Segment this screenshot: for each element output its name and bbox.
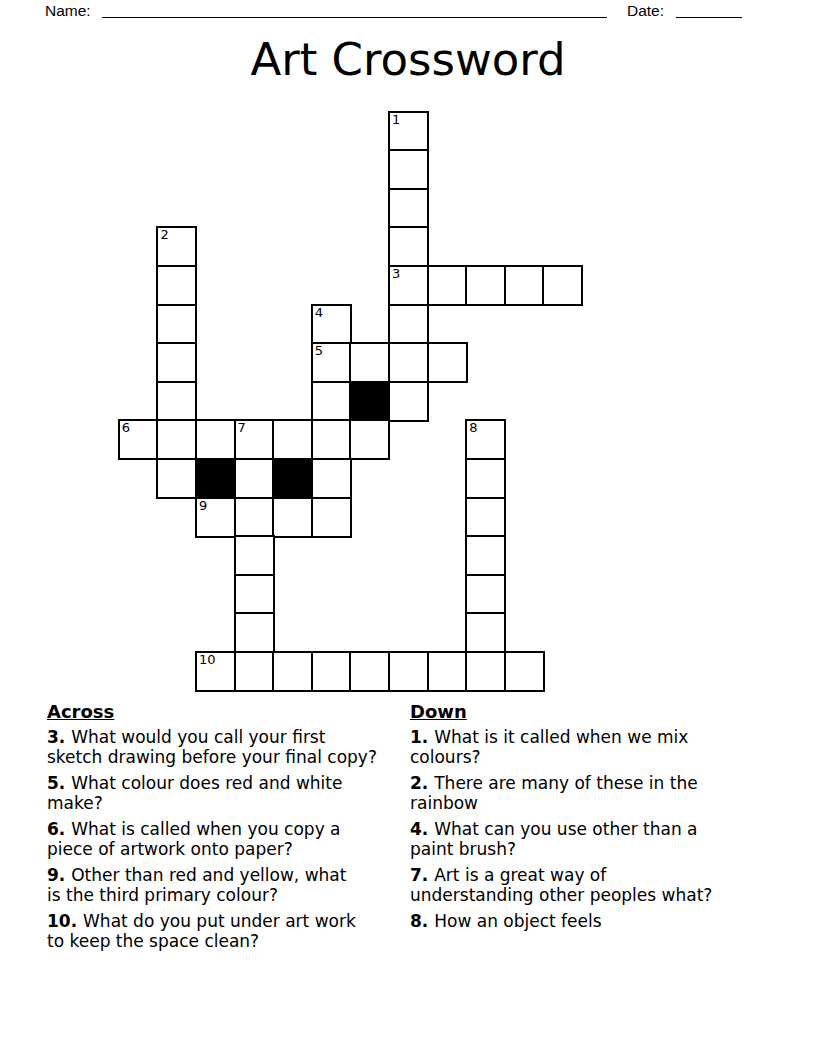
- grid-cell[interactable]: [195, 419, 236, 460]
- grid-cell[interactable]: [234, 458, 275, 499]
- grid-cell[interactable]: [311, 381, 352, 422]
- grid-cell[interactable]: [388, 226, 429, 267]
- grid-cell[interactable]: [234, 612, 275, 653]
- clue-text-line: paint brush?: [410, 839, 805, 859]
- clue-item: 4. What can you use other than apaint br…: [410, 819, 805, 859]
- clue-number: 3.: [47, 727, 71, 747]
- cell-number: 2: [160, 227, 168, 242]
- clue-text-line: sketch drawing before your final copy?: [47, 747, 412, 767]
- grid-cell[interactable]: [465, 612, 506, 653]
- clue-number: 4.: [410, 819, 434, 839]
- clue-text-line: 1. What is it called when we mix: [410, 727, 805, 747]
- cell-number: 7: [238, 420, 246, 435]
- clue-text-line: 2. There are many of these in the: [410, 773, 805, 793]
- cell-number: 4: [315, 305, 323, 320]
- cell-number: 8: [469, 420, 477, 435]
- grid-cell[interactable]: [234, 497, 275, 538]
- grid-cell[interactable]: [388, 381, 429, 422]
- grid-cell[interactable]: [156, 419, 197, 460]
- grid-cell[interactable]: 9: [195, 497, 236, 538]
- clue-number: 1.: [410, 727, 434, 747]
- grid-cell[interactable]: [504, 651, 545, 692]
- clue-number: 10.: [47, 911, 83, 931]
- clue-item: 9. Other than red and yellow, whatis the…: [47, 865, 412, 905]
- grid-cell[interactable]: [156, 381, 197, 422]
- clue-text-line: understanding other peoples what?: [410, 885, 805, 905]
- clue-item: 10. What do you put under art workto kee…: [47, 911, 412, 951]
- clue-text-line: 8. How an object feels: [410, 911, 805, 931]
- crossword-grid: 12345678910: [0, 0, 816, 700]
- grid-cell[interactable]: [156, 265, 197, 306]
- clue-text-line: is the third primary colour?: [47, 885, 412, 905]
- grid-cell[interactable]: [388, 188, 429, 229]
- grid-cell[interactable]: [388, 651, 429, 692]
- grid-cell[interactable]: [465, 458, 506, 499]
- grid-cell[interactable]: [542, 265, 583, 306]
- grid-cell[interactable]: [504, 265, 545, 306]
- clue-item: 3. What would you call your firstsketch …: [47, 727, 412, 767]
- down-heading: Down: [410, 702, 805, 722]
- grid-cell[interactable]: 5: [311, 342, 352, 383]
- grid-cell[interactable]: [427, 651, 468, 692]
- grid-cell[interactable]: 10: [195, 651, 236, 692]
- grid-cell[interactable]: [311, 497, 352, 538]
- clue-text-line: 6. What is called when you copy a: [47, 819, 412, 839]
- cell-number: 1: [392, 112, 400, 127]
- clue-text-line: 5. What colour does red and white: [47, 773, 412, 793]
- clue-text-line: rainbow: [410, 793, 805, 813]
- grid-cell[interactable]: [388, 304, 429, 345]
- grid-cell[interactable]: [465, 497, 506, 538]
- grid-cell[interactable]: [156, 458, 197, 499]
- grid-cell[interactable]: 7: [234, 419, 275, 460]
- grid-cell[interactable]: [349, 651, 390, 692]
- grid-cell[interactable]: [156, 304, 197, 345]
- grid-cell[interactable]: 4: [311, 304, 352, 345]
- grid-cell[interactable]: [311, 458, 352, 499]
- down-clue-list: 1. What is it called when we mixcolours?…: [410, 727, 805, 931]
- clue-item: 8. How an object feels: [410, 911, 805, 931]
- grid-cell[interactable]: [234, 651, 275, 692]
- grid-cell[interactable]: 2: [156, 226, 197, 267]
- clue-number: 2.: [410, 773, 434, 793]
- clue-text-line: 10. What do you put under art work: [47, 911, 412, 931]
- grid-cell[interactable]: [156, 342, 197, 383]
- grid-cell[interactable]: [311, 419, 352, 460]
- grid-cell[interactable]: [349, 342, 390, 383]
- clue-number: 8.: [410, 911, 434, 931]
- grid-cell[interactable]: [388, 342, 429, 383]
- grid-cell[interactable]: [465, 574, 506, 615]
- clue-text-line: 9. Other than red and yellow, what: [47, 865, 412, 885]
- cell-number: 5: [315, 343, 323, 358]
- clue-number: 7.: [410, 865, 434, 885]
- grid-cell[interactable]: [465, 651, 506, 692]
- black-cell: [349, 381, 390, 422]
- clue-text-line: make?: [47, 793, 412, 813]
- grid-cell[interactable]: [272, 419, 313, 460]
- across-clue-list: 3. What would you call your firstsketch …: [47, 727, 412, 951]
- clue-item: 5. What colour does red and whitemake?: [47, 773, 412, 813]
- cell-number: 9: [199, 498, 207, 513]
- grid-cell[interactable]: [427, 265, 468, 306]
- grid-cell[interactable]: [388, 149, 429, 190]
- clue-item: 7. Art is a great way ofunderstanding ot…: [410, 865, 805, 905]
- cell-number: 6: [122, 420, 130, 435]
- down-clues-section: Down 1. What is it called when we mixcol…: [410, 702, 805, 937]
- grid-cell[interactable]: 1: [388, 111, 429, 152]
- clue-item: 1. What is it called when we mixcolours?: [410, 727, 805, 767]
- grid-cell[interactable]: [349, 419, 390, 460]
- clue-item: 6. What is called when you copy apiece o…: [47, 819, 412, 859]
- black-cell: [272, 458, 313, 499]
- clue-number: 6.: [47, 819, 71, 839]
- grid-cell[interactable]: 6: [118, 419, 159, 460]
- across-heading: Across: [47, 702, 412, 722]
- black-cell: [195, 458, 236, 499]
- grid-cell[interactable]: [427, 342, 468, 383]
- clue-text-line: piece of artwork onto paper?: [47, 839, 412, 859]
- grid-cell[interactable]: [234, 535, 275, 576]
- grid-cell[interactable]: [311, 651, 352, 692]
- clue-text-line: 4. What can you use other than a: [410, 819, 805, 839]
- clue-text-line: colours?: [410, 747, 805, 767]
- clue-text-line: 3. What would you call your first: [47, 727, 412, 747]
- clue-number: 9.: [47, 865, 71, 885]
- grid-cell[interactable]: [234, 574, 275, 615]
- grid-cell[interactable]: [465, 265, 506, 306]
- grid-cell[interactable]: [272, 497, 313, 538]
- across-clues-section: Across 3. What would you call your first…: [47, 702, 412, 957]
- grid-cell[interactable]: 8: [465, 419, 506, 460]
- clue-text-line: 7. Art is a great way of: [410, 865, 805, 885]
- clue-number: 5.: [47, 773, 71, 793]
- cell-number: 10: [199, 652, 216, 667]
- clue-item: 2. There are many of these in therainbow: [410, 773, 805, 813]
- clue-text-line: to keep the space clean?: [47, 931, 412, 951]
- grid-cell[interactable]: 3: [388, 265, 429, 306]
- grid-cell[interactable]: [272, 651, 313, 692]
- cell-number: 3: [392, 266, 400, 281]
- grid-cell[interactable]: [465, 535, 506, 576]
